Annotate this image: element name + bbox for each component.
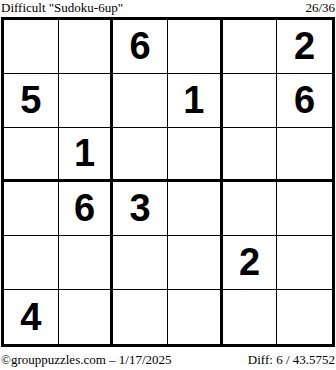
cell-r1c3-given[interactable]: 6 xyxy=(113,20,168,74)
cell-r4c4-empty[interactable] xyxy=(168,182,223,236)
cell-r5c4-empty[interactable] xyxy=(168,236,223,290)
cell-r1c2-empty[interactable] xyxy=(59,20,114,74)
cell-r5c6-empty[interactable] xyxy=(277,236,332,290)
cell-r4c1-empty[interactable] xyxy=(4,182,59,236)
cell-r6c2-empty[interactable] xyxy=(59,290,114,344)
header: Difficult "Sudoku-6up" 26/36 xyxy=(0,0,336,17)
cell-r5c1-empty[interactable] xyxy=(4,236,59,290)
cell-r3c6-empty[interactable] xyxy=(277,128,332,182)
cell-r5c5-given[interactable]: 2 xyxy=(223,236,278,290)
cell-r3c5-empty[interactable] xyxy=(223,128,278,182)
cell-r1c1-empty[interactable] xyxy=(4,20,59,74)
cell-r6c4-empty[interactable] xyxy=(168,290,223,344)
cell-r2c6-given[interactable]: 6 xyxy=(277,74,332,128)
cell-r4c2-given[interactable]: 6 xyxy=(59,182,114,236)
difficulty-text: Diff: 6 / 43.5752 xyxy=(248,353,335,367)
cell-r2c3-empty[interactable] xyxy=(113,74,168,128)
cell-r4c5-empty[interactable] xyxy=(223,182,278,236)
footer: ©grouppuzzles.com – 1/17/2025 Diff: 6 / … xyxy=(0,347,336,370)
cell-r5c3-empty[interactable] xyxy=(113,236,168,290)
cell-r2c2-empty[interactable] xyxy=(59,74,114,128)
cell-r3c1-empty[interactable] xyxy=(4,128,59,182)
sudoku-board: 6251616324 xyxy=(1,17,335,347)
cell-r1c6-given[interactable]: 2 xyxy=(277,20,332,74)
cell-r2c4-given[interactable]: 1 xyxy=(168,74,223,128)
cell-r4c6-empty[interactable] xyxy=(277,182,332,236)
cell-r1c4-empty[interactable] xyxy=(168,20,223,74)
cell-r2c5-empty[interactable] xyxy=(223,74,278,128)
cell-r6c3-empty[interactable] xyxy=(113,290,168,344)
cell-r3c4-empty[interactable] xyxy=(168,128,223,182)
cell-r2c1-given[interactable]: 5 xyxy=(4,74,59,128)
puzzle-counter: 26/36 xyxy=(305,1,335,15)
cell-r5c2-empty[interactable] xyxy=(59,236,114,290)
copyright-text: ©grouppuzzles.com – 1/17/2025 xyxy=(1,353,172,367)
puzzle-title: Difficult "Sudoku-6up" xyxy=(1,1,123,15)
puzzle-page: Difficult "Sudoku-6up" 26/36 6251616324 … xyxy=(0,0,336,370)
cell-r3c3-empty[interactable] xyxy=(113,128,168,182)
cell-r6c1-given[interactable]: 4 xyxy=(4,290,59,344)
cell-r6c5-empty[interactable] xyxy=(223,290,278,344)
cell-r6c6-empty[interactable] xyxy=(277,290,332,344)
cell-r4c3-given[interactable]: 3 xyxy=(113,182,168,236)
cell-r1c5-empty[interactable] xyxy=(223,20,278,74)
cell-r3c2-given[interactable]: 1 xyxy=(59,128,114,182)
